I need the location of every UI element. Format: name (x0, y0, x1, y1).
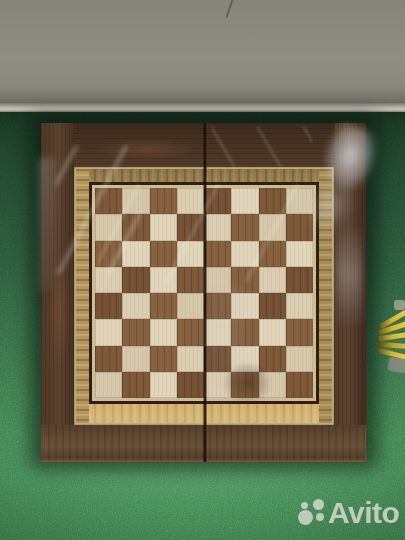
board-square (231, 188, 258, 214)
watermark-text: Avito (328, 495, 399, 531)
avito-watermark: Avito (295, 496, 400, 534)
board-square (177, 214, 204, 240)
avito-logo-icon (316, 513, 324, 521)
board-square (150, 346, 177, 372)
board-square (177, 188, 204, 214)
board-square (286, 267, 313, 293)
board-square (150, 214, 177, 240)
board-square (122, 241, 149, 267)
board-square (286, 372, 313, 398)
board-square (286, 319, 313, 345)
board-square (95, 214, 122, 240)
board-fold-seam (203, 123, 207, 462)
board-square (259, 241, 286, 267)
board-square (122, 188, 149, 214)
small-light-patch (394, 300, 405, 310)
board-square (286, 346, 313, 372)
board-square (259, 293, 286, 319)
board-square (231, 241, 258, 267)
frame-left (41, 123, 74, 462)
board-square (259, 319, 286, 345)
board-square (150, 319, 177, 345)
board-square (286, 214, 313, 240)
yellow-straw-object (378, 312, 405, 370)
board-square (95, 267, 122, 293)
avito-logo-icon (298, 510, 313, 525)
figured-inlay-left (76, 169, 89, 423)
board-square (177, 267, 204, 293)
board-square (95, 346, 122, 372)
board-square (259, 214, 286, 240)
board-square (259, 188, 286, 214)
board-square (177, 346, 204, 372)
board-square (150, 372, 177, 398)
board-square (177, 241, 204, 267)
board-square (286, 293, 313, 319)
board-square (204, 241, 231, 267)
board-square (150, 188, 177, 214)
figured-inlay-right (319, 169, 332, 423)
avito-logo-icon (313, 499, 324, 510)
board-square (122, 372, 149, 398)
frame-right (334, 123, 366, 462)
small-gray-patch (387, 357, 405, 374)
board-square (150, 241, 177, 267)
photo-canvas: Avito (0, 0, 405, 540)
board-square (95, 319, 122, 345)
board-square (204, 214, 231, 240)
board-square (95, 241, 122, 267)
board-square (286, 241, 313, 267)
board-square (259, 267, 286, 293)
board-square (150, 267, 177, 293)
board-square (204, 188, 231, 214)
chess-board (41, 123, 366, 462)
board-square (231, 214, 258, 240)
board-square (122, 293, 149, 319)
board-square (177, 293, 204, 319)
background-wall (0, 0, 405, 104)
board-square (122, 319, 149, 345)
sheen-reflection (208, 288, 244, 403)
board-square (122, 214, 149, 240)
board-square (286, 188, 313, 214)
board-square (150, 293, 177, 319)
board-square (177, 319, 204, 345)
board-square (95, 293, 122, 319)
board-square (122, 267, 149, 293)
board-square (95, 372, 122, 398)
board-square (122, 346, 149, 372)
avito-logo-icon (301, 502, 308, 509)
board-square (177, 372, 204, 398)
board-square (95, 188, 122, 214)
